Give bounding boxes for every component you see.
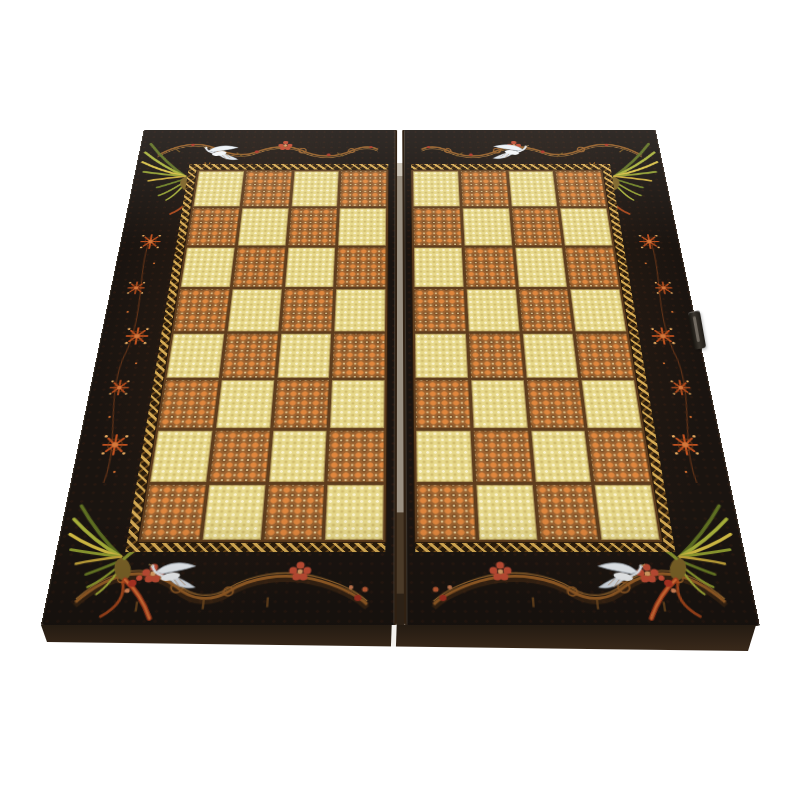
chessboard-scene [101, 21, 695, 651]
square-c5[interactable] [281, 289, 334, 331]
square-h8[interactable] [556, 171, 607, 206]
square-g2[interactable] [531, 431, 591, 482]
folding-chessboard [41, 130, 756, 627]
top-garland-ornament [418, 135, 649, 165]
square-c1[interactable] [264, 485, 325, 540]
square-d8[interactable] [340, 171, 386, 206]
square-h6[interactable] [565, 247, 619, 286]
square-h7[interactable] [560, 208, 612, 245]
square-g8[interactable] [508, 171, 557, 206]
square-h5[interactable] [570, 289, 626, 331]
square-a6[interactable] [181, 247, 235, 286]
field-trim-right [411, 164, 675, 552]
square-e7[interactable] [413, 208, 461, 245]
square-f7[interactable] [462, 208, 511, 245]
square-f1[interactable] [476, 485, 537, 540]
clasp-pin [693, 316, 700, 342]
board-left-half [41, 130, 397, 627]
square-b6[interactable] [233, 247, 285, 286]
crane-bird-icon [144, 558, 202, 594]
square-b7[interactable] [238, 208, 289, 245]
square-d7[interactable] [338, 208, 386, 245]
square-a1[interactable] [141, 485, 206, 540]
board-right-half [402, 130, 760, 627]
square-c3[interactable] [273, 381, 329, 429]
square-g1[interactable] [535, 485, 598, 540]
square-f3[interactable] [471, 381, 527, 429]
square-d5[interactable] [334, 289, 385, 331]
square-b8[interactable] [242, 171, 291, 206]
square-e4[interactable] [415, 333, 468, 378]
square-f5[interactable] [466, 289, 519, 331]
square-a5[interactable] [174, 289, 230, 331]
square-c4[interactable] [277, 333, 331, 378]
square-a4[interactable] [166, 333, 224, 378]
square-g3[interactable] [526, 381, 584, 429]
chessboard-files-a-d [138, 170, 388, 542]
bottom-garland-ornament [59, 556, 378, 617]
square-b1[interactable] [202, 485, 265, 540]
crane-bird-icon [200, 143, 243, 163]
square-b4[interactable] [222, 333, 278, 378]
square-d4[interactable] [332, 333, 385, 378]
square-g5[interactable] [518, 289, 572, 331]
square-d2[interactable] [328, 431, 384, 482]
crane-bird-icon [591, 558, 649, 594]
fold-hinge-gap-side [390, 625, 396, 665]
square-g6[interactable] [515, 247, 567, 286]
square-e1[interactable] [417, 485, 476, 540]
square-d6[interactable] [336, 247, 385, 286]
square-h3[interactable] [582, 381, 642, 429]
photo-background [0, 0, 800, 800]
square-c2[interactable] [268, 431, 326, 482]
square-g7[interactable] [511, 208, 562, 245]
top-garland-ornament [151, 135, 382, 165]
square-c7[interactable] [288, 208, 337, 245]
square-h1[interactable] [595, 485, 660, 540]
square-a8[interactable] [193, 171, 243, 206]
field-trim-left [125, 164, 388, 552]
bottom-garland-ornament [422, 556, 741, 617]
square-h2[interactable] [588, 431, 650, 482]
square-f2[interactable] [473, 431, 531, 482]
square-e2[interactable] [416, 431, 473, 482]
square-a7[interactable] [187, 208, 239, 245]
square-g4[interactable] [522, 333, 578, 378]
square-c6[interactable] [285, 247, 336, 286]
square-f8[interactable] [461, 171, 509, 206]
square-a2[interactable] [150, 431, 212, 482]
square-f4[interactable] [469, 333, 523, 378]
square-b2[interactable] [209, 431, 269, 482]
square-a3[interactable] [158, 381, 218, 429]
square-e3[interactable] [416, 381, 471, 429]
square-e6[interactable] [414, 247, 463, 286]
square-b3[interactable] [216, 381, 274, 429]
chessboard-files-e-h [411, 170, 662, 542]
square-e5[interactable] [414, 289, 465, 331]
crane-bird-icon [489, 142, 531, 162]
square-f6[interactable] [464, 247, 515, 286]
square-b5[interactable] [227, 289, 281, 331]
square-d3[interactable] [330, 381, 384, 429]
square-c8[interactable] [291, 171, 339, 206]
square-e8[interactable] [413, 171, 460, 206]
square-d1[interactable] [325, 485, 383, 540]
square-h4[interactable] [576, 333, 634, 378]
